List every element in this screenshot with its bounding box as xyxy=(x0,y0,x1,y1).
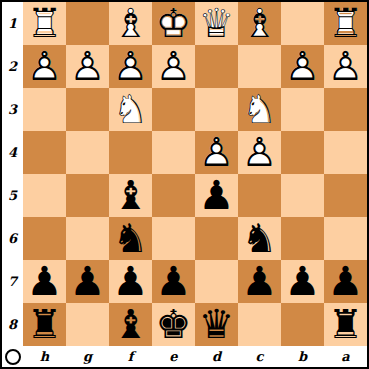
file-label-b: b xyxy=(281,346,324,367)
piece-black-pawn: ♟ xyxy=(285,260,321,303)
square-c5[interactable] xyxy=(238,174,281,217)
rank-label-7: 7 xyxy=(2,260,23,303)
piece-white-knight: ♞♘ xyxy=(242,88,278,131)
square-f3[interactable]: ♞♘ xyxy=(109,88,152,131)
square-f7[interactable]: ♟ xyxy=(109,260,152,303)
square-c1[interactable]: ♝♗ xyxy=(238,2,281,45)
piece-outline-layer: ♙ xyxy=(242,131,278,174)
square-g7[interactable]: ♟ xyxy=(66,260,109,303)
piece-white-king: ♚♔ xyxy=(156,2,192,45)
side-to-move-corner xyxy=(2,346,23,367)
rank-label-2: 2 xyxy=(2,45,23,88)
square-h4[interactable] xyxy=(23,131,66,174)
piece-outline-layer: ♘ xyxy=(242,88,278,131)
square-a4[interactable] xyxy=(324,131,367,174)
square-h5[interactable] xyxy=(23,174,66,217)
piece-black-knight: ♞ xyxy=(242,217,278,260)
piece-outline-layer: ♖ xyxy=(328,2,364,45)
piece-black-pawn: ♟ xyxy=(156,260,192,303)
square-h1[interactable]: ♜♖ xyxy=(23,2,66,45)
piece-black-pawn: ♟ xyxy=(113,260,149,303)
piece-white-pawn: ♟♙ xyxy=(199,131,235,174)
piece-white-pawn: ♟♙ xyxy=(27,45,63,88)
square-g2[interactable]: ♟♙ xyxy=(66,45,109,88)
square-e4[interactable] xyxy=(152,131,195,174)
square-f1[interactable]: ♝♗ xyxy=(109,2,152,45)
square-c3[interactable]: ♞♘ xyxy=(238,88,281,131)
square-d3[interactable] xyxy=(195,88,238,131)
piece-black-knight: ♞ xyxy=(113,217,149,260)
piece-white-knight: ♞♘ xyxy=(113,88,149,131)
piece-black-pawn: ♟ xyxy=(70,260,106,303)
file-label-f: f xyxy=(109,346,152,367)
piece-black-rook: ♜ xyxy=(328,303,364,346)
rank-label-4: 4 xyxy=(2,131,23,174)
rank-label-5: 5 xyxy=(2,174,23,217)
piece-black-king: ♚ xyxy=(156,303,192,346)
piece-black-pawn: ♟ xyxy=(242,260,278,303)
piece-white-pawn: ♟♙ xyxy=(242,131,278,174)
piece-white-rook: ♜♖ xyxy=(328,2,364,45)
square-d4[interactable]: ♟♙ xyxy=(195,131,238,174)
square-h6[interactable] xyxy=(23,217,66,260)
piece-black-bishop: ♝ xyxy=(113,303,149,346)
square-d1[interactable]: ♛♕ xyxy=(195,2,238,45)
piece-black-pawn: ♟ xyxy=(328,260,364,303)
rank-label-6: 6 xyxy=(2,217,23,260)
piece-white-queen: ♛♕ xyxy=(199,2,235,45)
square-f4[interactable] xyxy=(109,131,152,174)
square-d7[interactable] xyxy=(195,260,238,303)
square-g1[interactable] xyxy=(66,2,109,45)
piece-white-pawn: ♟♙ xyxy=(328,45,364,88)
square-c6[interactable]: ♞ xyxy=(238,217,281,260)
file-label-d: d xyxy=(195,346,238,367)
piece-outline-layer: ♗ xyxy=(242,2,278,45)
square-g4[interactable] xyxy=(66,131,109,174)
square-g5[interactable] xyxy=(66,174,109,217)
square-c2[interactable] xyxy=(238,45,281,88)
square-f6[interactable]: ♞ xyxy=(109,217,152,260)
square-b4[interactable] xyxy=(281,131,324,174)
square-b6[interactable] xyxy=(281,217,324,260)
board-frame-grid: 1♜♖♝♗♚♔♛♕♝♗♜♖2♟♙♟♙♟♙♟♙♟♙♟♙3♞♘♞♘4♟♙♟♙5♝♟6… xyxy=(2,2,367,367)
file-label-h: h xyxy=(23,346,66,367)
piece-white-pawn: ♟♙ xyxy=(113,45,149,88)
square-a8[interactable]: ♜ xyxy=(324,303,367,346)
square-b7[interactable]: ♟ xyxy=(281,260,324,303)
piece-outline-layer: ♕ xyxy=(199,2,235,45)
piece-outline-layer: ♙ xyxy=(113,45,149,88)
piece-outline-layer: ♙ xyxy=(285,45,321,88)
piece-black-rook: ♜ xyxy=(27,303,63,346)
piece-white-pawn: ♟♙ xyxy=(70,45,106,88)
square-g6[interactable] xyxy=(66,217,109,260)
square-d2[interactable] xyxy=(195,45,238,88)
piece-outline-layer: ♙ xyxy=(328,45,364,88)
square-h3[interactable] xyxy=(23,88,66,131)
piece-white-pawn: ♟♙ xyxy=(156,45,192,88)
square-e8[interactable]: ♚ xyxy=(152,303,195,346)
square-b5[interactable] xyxy=(281,174,324,217)
square-e2[interactable]: ♟♙ xyxy=(152,45,195,88)
piece-black-bishop: ♝ xyxy=(113,174,149,217)
chess-diagram: 1♜♖♝♗♚♔♛♕♝♗♜♖2♟♙♟♙♟♙♟♙♟♙♟♙3♞♘♞♘4♟♙♟♙5♝♟6… xyxy=(0,0,369,369)
square-e5[interactable] xyxy=(152,174,195,217)
square-c4[interactable]: ♟♙ xyxy=(238,131,281,174)
square-c7[interactable]: ♟ xyxy=(238,260,281,303)
piece-white-rook: ♜♖ xyxy=(27,2,63,45)
square-a2[interactable]: ♟♙ xyxy=(324,45,367,88)
square-f2[interactable]: ♟♙ xyxy=(109,45,152,88)
square-h2[interactable]: ♟♙ xyxy=(23,45,66,88)
square-e6[interactable] xyxy=(152,217,195,260)
rank-label-3: 3 xyxy=(2,88,23,131)
piece-outline-layer: ♙ xyxy=(70,45,106,88)
square-g3[interactable] xyxy=(66,88,109,131)
piece-outline-layer: ♙ xyxy=(27,45,63,88)
square-b1[interactable] xyxy=(281,2,324,45)
square-a1[interactable]: ♜♖ xyxy=(324,2,367,45)
square-g8[interactable] xyxy=(66,303,109,346)
piece-black-queen: ♛ xyxy=(199,303,235,346)
square-b3[interactable] xyxy=(281,88,324,131)
piece-outline-layer: ♔ xyxy=(156,2,192,45)
file-label-c: c xyxy=(238,346,281,367)
piece-outline-layer: ♙ xyxy=(156,45,192,88)
square-a7[interactable]: ♟ xyxy=(324,260,367,303)
square-h8[interactable]: ♜ xyxy=(23,303,66,346)
piece-outline-layer: ♘ xyxy=(113,88,149,131)
square-a3[interactable] xyxy=(324,88,367,131)
file-label-a: a xyxy=(324,346,367,367)
square-f5[interactable]: ♝ xyxy=(109,174,152,217)
piece-outline-layer: ♗ xyxy=(113,2,149,45)
square-e1[interactable]: ♚♔ xyxy=(152,2,195,45)
square-a6[interactable] xyxy=(324,217,367,260)
square-d6[interactable] xyxy=(195,217,238,260)
file-label-g: g xyxy=(66,346,109,367)
piece-white-pawn: ♟♙ xyxy=(285,45,321,88)
square-f8[interactable]: ♝ xyxy=(109,303,152,346)
square-e7[interactable]: ♟ xyxy=(152,260,195,303)
square-a5[interactable] xyxy=(324,174,367,217)
square-d8[interactable]: ♛ xyxy=(195,303,238,346)
square-e3[interactable] xyxy=(152,88,195,131)
rank-label-1: 1 xyxy=(2,2,23,45)
file-label-e: e xyxy=(152,346,195,367)
rank-label-8: 8 xyxy=(2,303,23,346)
piece-outline-layer: ♖ xyxy=(27,2,63,45)
piece-black-pawn: ♟ xyxy=(27,260,63,303)
piece-outline-layer: ♙ xyxy=(199,131,235,174)
square-b2[interactable]: ♟♙ xyxy=(281,45,324,88)
square-h7[interactable]: ♟ xyxy=(23,260,66,303)
piece-black-pawn: ♟ xyxy=(199,174,235,217)
square-b8[interactable] xyxy=(281,303,324,346)
white-to-move-indicator xyxy=(5,349,21,365)
square-c8[interactable] xyxy=(238,303,281,346)
square-d5[interactable]: ♟ xyxy=(195,174,238,217)
piece-white-bishop: ♝♗ xyxy=(113,2,149,45)
piece-white-bishop: ♝♗ xyxy=(242,2,278,45)
